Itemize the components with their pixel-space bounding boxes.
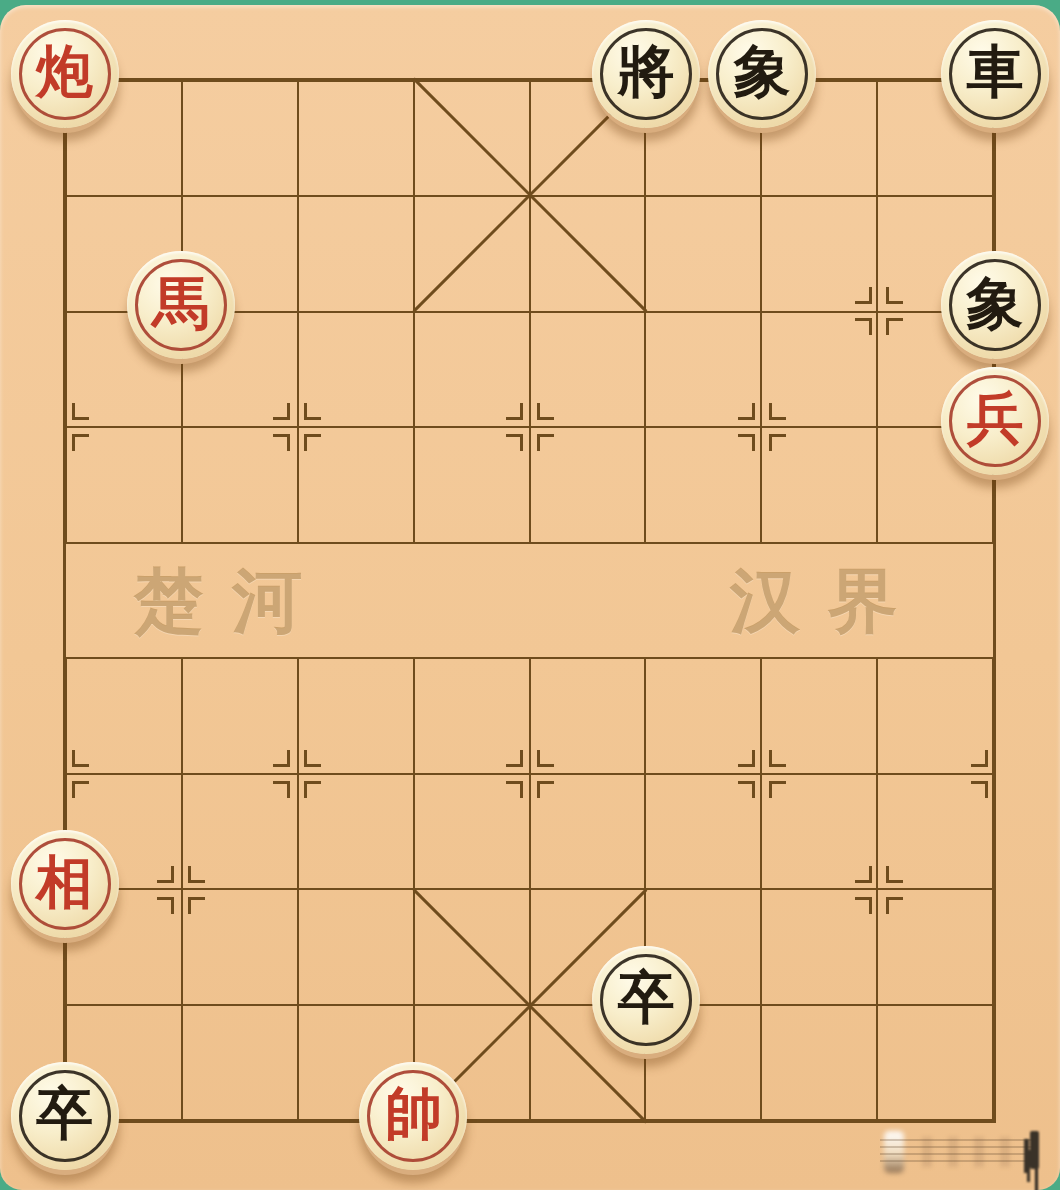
piece-glyph: 象 <box>734 43 791 100</box>
watermark-blur-bar <box>884 1131 904 1173</box>
piece-glyph: 帥 <box>385 1085 442 1142</box>
piece-glyph: 卒 <box>618 969 675 1026</box>
piece-glyph: 相 <box>36 854 93 911</box>
board-cell <box>645 196 761 311</box>
piece-black-chariot[interactable]: 車 <box>941 20 1049 128</box>
piece-red-soldier[interactable]: 兵 <box>941 367 1049 475</box>
piece-red-cannon[interactable]: 炮 <box>11 20 119 128</box>
board-cell <box>298 196 414 311</box>
piece-black-elephant[interactable]: 象 <box>708 20 816 128</box>
piece-red-general[interactable]: 帥 <box>359 1062 467 1170</box>
piece-black-soldier[interactable]: 卒 <box>592 946 700 1054</box>
river-cell <box>530 543 646 658</box>
piece-glyph: 車 <box>966 43 1023 100</box>
board-cell <box>182 81 298 196</box>
board-panel: 楚河 汉界 炮將象車馬象兵相卒卒帥 <box>0 5 1060 1190</box>
river-cell <box>414 543 530 658</box>
piece-glyph: 卒 <box>36 1085 93 1142</box>
board-cell <box>761 1005 877 1120</box>
board-cell <box>298 889 414 1004</box>
board-cell <box>877 1005 993 1120</box>
piece-glyph: 兵 <box>966 390 1023 447</box>
watermark-smudge <box>862 1129 1054 1177</box>
board-cell <box>182 1005 298 1120</box>
watermark-glyph <box>1030 1131 1039 1169</box>
piece-black-general[interactable]: 將 <box>592 20 700 128</box>
river-label-left: 楚河 <box>134 555 330 649</box>
piece-black-elephant[interactable]: 象 <box>941 251 1049 359</box>
piece-glyph: 馬 <box>152 275 209 332</box>
piece-black-soldier[interactable]: 卒 <box>11 1062 119 1170</box>
board-cell <box>298 81 414 196</box>
river-label-right: 汉界 <box>730 555 926 649</box>
piece-glyph: 將 <box>618 43 675 100</box>
piece-glyph: 象 <box>966 275 1023 332</box>
piece-red-horse[interactable]: 馬 <box>127 251 235 359</box>
piece-glyph: 炮 <box>36 43 93 100</box>
piece-red-elephant[interactable]: 相 <box>11 830 119 938</box>
